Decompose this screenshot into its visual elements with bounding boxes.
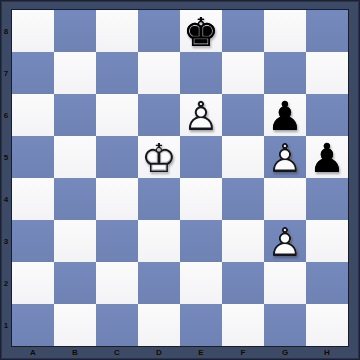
square-b6[interactable] [54, 94, 96, 136]
square-g3[interactable]: ♟♙ [264, 220, 306, 262]
square-g8[interactable] [264, 10, 306, 52]
square-g4[interactable] [264, 178, 306, 220]
square-e5[interactable] [180, 136, 222, 178]
piece-white-pawn[interactable]: ♟♙ [264, 136, 306, 178]
piece-white-pawn[interactable]: ♟♙ [264, 220, 306, 262]
rank-label-5: 5 [0, 136, 12, 178]
file-label-e: E [180, 346, 222, 360]
rank-label-4: 4 [0, 178, 12, 220]
file-label-d: D [138, 346, 180, 360]
square-c4[interactable] [96, 178, 138, 220]
piece-white-king[interactable]: ♚♔ [138, 136, 180, 178]
chess-board-frame: 8♚♚76♟♙♟♟5♚♔♟♙♟♟43♟♙21ABCDEFGH [0, 0, 360, 360]
square-a2[interactable] [12, 262, 54, 304]
chess-board: 8♚♚76♟♙♟♟5♚♔♟♙♟♟43♟♙21ABCDEFGH [0, 0, 360, 360]
square-c7[interactable] [96, 52, 138, 94]
rank-label-7: 7 [0, 52, 12, 94]
square-f7[interactable] [222, 52, 264, 94]
square-f3[interactable] [222, 220, 264, 262]
square-g5[interactable]: ♟♙ [264, 136, 306, 178]
square-g2[interactable] [264, 262, 306, 304]
square-c2[interactable] [96, 262, 138, 304]
black-king-glyph-outline: ♚ [180, 10, 222, 52]
square-h5[interactable]: ♟♟ [306, 136, 348, 178]
rank-label-8: 8 [0, 10, 12, 52]
square-d8[interactable] [138, 10, 180, 52]
piece-white-pawn[interactable]: ♟♙ [180, 94, 222, 136]
square-a7[interactable] [12, 52, 54, 94]
square-f5[interactable] [222, 136, 264, 178]
square-e3[interactable] [180, 220, 222, 262]
square-a6[interactable] [12, 94, 54, 136]
file-label-f: F [222, 346, 264, 360]
square-d7[interactable] [138, 52, 180, 94]
square-e1[interactable] [180, 304, 222, 346]
square-d4[interactable] [138, 178, 180, 220]
rank-label-6: 6 [0, 94, 12, 136]
square-a4[interactable] [12, 178, 54, 220]
square-h1[interactable] [306, 304, 348, 346]
square-b4[interactable] [54, 178, 96, 220]
square-c5[interactable] [96, 136, 138, 178]
rank-label-1: 1 [0, 304, 12, 346]
black-pawn-glyph-outline: ♟ [264, 94, 306, 136]
square-f1[interactable] [222, 304, 264, 346]
rank-label-2: 2 [0, 262, 12, 304]
square-h2[interactable] [306, 262, 348, 304]
black-pawn-glyph-outline: ♟ [306, 136, 348, 178]
white-pawn-glyph-outline: ♙ [264, 136, 306, 178]
file-label-b: B [54, 346, 96, 360]
square-d2[interactable] [138, 262, 180, 304]
file-label-a: A [12, 346, 54, 360]
square-e4[interactable] [180, 178, 222, 220]
square-d5[interactable]: ♚♔ [138, 136, 180, 178]
square-e7[interactable] [180, 52, 222, 94]
square-g7[interactable] [264, 52, 306, 94]
piece-black-pawn[interactable]: ♟♟ [306, 136, 348, 178]
square-b5[interactable] [54, 136, 96, 178]
square-f2[interactable] [222, 262, 264, 304]
square-e6[interactable]: ♟♙ [180, 94, 222, 136]
white-pawn-glyph-outline: ♙ [264, 220, 306, 262]
square-h8[interactable] [306, 10, 348, 52]
square-g6[interactable]: ♟♟ [264, 94, 306, 136]
piece-black-pawn[interactable]: ♟♟ [264, 94, 306, 136]
piece-black-king[interactable]: ♚♚ [180, 10, 222, 52]
rank-label-3: 3 [0, 220, 12, 262]
square-c1[interactable] [96, 304, 138, 346]
square-b2[interactable] [54, 262, 96, 304]
file-label-h: H [306, 346, 348, 360]
square-b8[interactable] [54, 10, 96, 52]
square-f8[interactable] [222, 10, 264, 52]
square-f4[interactable] [222, 178, 264, 220]
square-e8[interactable]: ♚♚ [180, 10, 222, 52]
square-c8[interactable] [96, 10, 138, 52]
square-a8[interactable] [12, 10, 54, 52]
square-h3[interactable] [306, 220, 348, 262]
square-d6[interactable] [138, 94, 180, 136]
square-h6[interactable] [306, 94, 348, 136]
square-b3[interactable] [54, 220, 96, 262]
file-label-c: C [96, 346, 138, 360]
square-a5[interactable] [12, 136, 54, 178]
square-a3[interactable] [12, 220, 54, 262]
file-label-g: G [264, 346, 306, 360]
square-h4[interactable] [306, 178, 348, 220]
white-pawn-glyph-outline: ♙ [180, 94, 222, 136]
white-king-glyph-outline: ♔ [138, 136, 180, 178]
square-d3[interactable] [138, 220, 180, 262]
square-b7[interactable] [54, 52, 96, 94]
square-f6[interactable] [222, 94, 264, 136]
square-c6[interactable] [96, 94, 138, 136]
square-c3[interactable] [96, 220, 138, 262]
square-h7[interactable] [306, 52, 348, 94]
square-a1[interactable] [12, 304, 54, 346]
square-g1[interactable] [264, 304, 306, 346]
square-e2[interactable] [180, 262, 222, 304]
square-d1[interactable] [138, 304, 180, 346]
square-b1[interactable] [54, 304, 96, 346]
